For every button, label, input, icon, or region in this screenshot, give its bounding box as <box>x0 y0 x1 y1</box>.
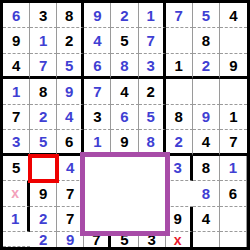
cell-r3c1[interactable]: 4 <box>3 54 30 79</box>
cell-r7c5[interactable]: 1 <box>220 156 247 181</box>
cell-r8c1[interactable]: 8 <box>193 181 220 206</box>
cell-r3c8[interactable]: 2 <box>193 54 220 79</box>
cell-r9c7[interactable] <box>193 232 220 247</box>
cell-r3c3[interactable]: 5 <box>57 54 84 79</box>
highlighted-block-outline <box>80 152 169 236</box>
cell-r9c6[interactable]: x <box>166 232 193 247</box>
cell-r6c3[interactable]: 6 <box>57 130 84 155</box>
cell-r1c7[interactable]: 7 <box>166 3 193 28</box>
cell-r3c9[interactable]: 9 <box>220 54 247 79</box>
cell-r8c8[interactable] <box>220 207 247 232</box>
cell-r6c9[interactable]: 7 <box>220 130 247 155</box>
cell-r2c2[interactable]: 1 <box>30 28 57 53</box>
cell-r9c5[interactable]: 3 <box>139 232 166 247</box>
cell-r2c8[interactable]: 8 <box>193 28 220 53</box>
cell-r4c9[interactable] <box>220 79 247 104</box>
cell-r5c5[interactable]: 6 <box>111 105 138 130</box>
cell-r2c1[interactable]: 9 <box>3 28 30 53</box>
cell-r7c3[interactable]: 3 <box>166 156 193 181</box>
cell-r4c8[interactable] <box>193 79 220 104</box>
cell-r2c6[interactable]: 7 <box>139 28 166 53</box>
cell-r8c7[interactable]: 4 <box>193 207 220 232</box>
cell-r3c2[interactable]: 7 <box>30 54 57 79</box>
cell-r2c4[interactable]: 4 <box>84 28 111 53</box>
cell-r2c7[interactable] <box>166 28 193 53</box>
cell-r4c7[interactable] <box>166 79 193 104</box>
cell-r9c3[interactable]: 7 <box>84 232 111 247</box>
cell-r8c2[interactable]: 6 <box>220 181 247 206</box>
cell-r8c9[interactable] <box>3 232 30 247</box>
cell-r4c2[interactable]: 8 <box>30 79 57 104</box>
cell-r3c4[interactable]: 6 <box>84 54 111 79</box>
cell-r5c6[interactable]: 5 <box>139 105 166 130</box>
cell-r2c5[interactable]: 5 <box>111 28 138 53</box>
cell-r7c7[interactable]: 9 <box>30 181 57 206</box>
cell-r6c2[interactable]: 5 <box>30 130 57 155</box>
cell-r6c1[interactable]: 3 <box>3 130 30 155</box>
cell-r1c5[interactable]: 2 <box>111 3 138 28</box>
cell-r1c6[interactable]: 1 <box>139 3 166 28</box>
selected-cell-highlight <box>28 154 59 183</box>
cell-r1c2[interactable]: 3 <box>30 3 57 28</box>
cell-r4c1[interactable]: 1 <box>3 79 30 104</box>
cell-r9c1[interactable]: 2 <box>30 232 57 247</box>
cell-r9c2[interactable]: 9 <box>57 232 84 247</box>
cell-r1c1[interactable]: 6 <box>3 3 30 28</box>
cell-r1c8[interactable]: 5 <box>193 3 220 28</box>
cell-r7c8[interactable]: 7 <box>57 181 84 206</box>
cell-r3c7[interactable]: 1 <box>166 54 193 79</box>
cell-r7c9[interactable] <box>166 181 193 206</box>
cell-r2c3[interactable]: 2 <box>57 28 84 53</box>
cell-r6c7[interactable]: 2 <box>166 130 193 155</box>
cell-r1c3[interactable]: 8 <box>57 3 84 28</box>
cell-r5c2[interactable]: 2 <box>30 105 57 130</box>
cell-r7c1[interactable]: 5 <box>3 156 30 181</box>
cell-r2c9[interactable] <box>220 28 247 53</box>
cell-r7c2[interactable]: 4 <box>57 156 84 181</box>
cell-r8c3[interactable]: 1 <box>3 207 30 232</box>
cell-r1c9[interactable]: 4 <box>220 3 247 28</box>
cell-r8c5[interactable]: 7 <box>57 207 84 232</box>
cell-r6c4[interactable]: 1 <box>84 130 111 155</box>
cell-r4c3[interactable]: 9 <box>57 79 84 104</box>
cell-r6c8[interactable]: 4 <box>193 130 220 155</box>
cell-r3c5[interactable]: 8 <box>111 54 138 79</box>
cell-r5c1[interactable]: 7 <box>3 105 30 130</box>
sudoku-board: 6389217549124578475683129189742724365891… <box>0 0 250 250</box>
cell-r5c7[interactable]: 8 <box>166 105 193 130</box>
cell-r4c5[interactable]: 4 <box>111 79 138 104</box>
cell-r4c4[interactable]: 7 <box>84 79 111 104</box>
cell-r5c9[interactable]: 1 <box>220 105 247 130</box>
cell-r6c5[interactable]: 9 <box>111 130 138 155</box>
cell-r5c3[interactable]: 4 <box>57 105 84 130</box>
cell-r9c8[interactable] <box>220 232 247 247</box>
cell-r8c6[interactable]: 9 <box>166 207 193 232</box>
cell-r8c4[interactable]: 2 <box>30 207 57 232</box>
cell-r5c8[interactable]: 9 <box>193 105 220 130</box>
cell-r7c6[interactable]: x <box>3 181 30 206</box>
cell-r9c4[interactable]: 5 <box>111 232 138 247</box>
cell-r6c6[interactable]: 8 <box>139 130 166 155</box>
cell-r3c6[interactable]: 3 <box>139 54 166 79</box>
cell-r4c6[interactable]: 2 <box>139 79 166 104</box>
cell-r7c4[interactable]: 8 <box>193 156 220 181</box>
cell-r1c4[interactable]: 9 <box>84 3 111 28</box>
cell-r5c4[interactable]: 3 <box>84 105 111 130</box>
